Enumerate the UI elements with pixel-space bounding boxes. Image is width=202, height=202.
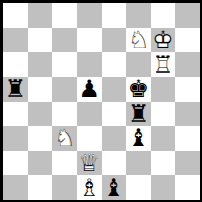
white-queen: ♛♕ — [77, 151, 102, 176]
square-b8[interactable] — [28, 3, 53, 28]
square-b6[interactable] — [28, 52, 53, 77]
square-b5[interactable] — [28, 77, 53, 102]
black-king: ♚ — [126, 77, 151, 102]
black-pawn-glyph: ♟ — [77, 77, 102, 102]
white-knight-outline: ♘ — [52, 126, 77, 151]
square-g6[interactable]: ♜♖ — [151, 52, 176, 77]
square-a3[interactable] — [3, 126, 28, 151]
square-h6[interactable] — [175, 52, 200, 77]
white-knight: ♞♘ — [52, 126, 77, 151]
square-h7[interactable] — [175, 28, 200, 53]
square-g4[interactable] — [151, 102, 176, 127]
square-e2[interactable] — [102, 151, 127, 176]
square-h1[interactable] — [175, 175, 200, 200]
square-c6[interactable] — [52, 52, 77, 77]
square-d3[interactable] — [77, 126, 102, 151]
black-bishop-glyph: ♝ — [102, 175, 127, 200]
square-c2[interactable] — [52, 151, 77, 176]
white-king: ♚♔ — [151, 28, 176, 53]
square-g5[interactable] — [151, 77, 176, 102]
square-g1[interactable] — [151, 175, 176, 200]
square-h8[interactable] — [175, 3, 200, 28]
square-h5[interactable] — [175, 77, 200, 102]
square-a8[interactable] — [3, 3, 28, 28]
square-b1[interactable] — [28, 175, 53, 200]
square-g2[interactable] — [151, 151, 176, 176]
square-a5[interactable]: ♜ — [3, 77, 28, 102]
square-d5[interactable]: ♟ — [77, 77, 102, 102]
black-king-glyph: ♚ — [126, 77, 151, 102]
square-g8[interactable] — [151, 3, 176, 28]
square-f8[interactable] — [126, 3, 151, 28]
square-d7[interactable] — [77, 28, 102, 53]
square-c3[interactable]: ♞♘ — [52, 126, 77, 151]
square-b3[interactable] — [28, 126, 53, 151]
square-b7[interactable] — [28, 28, 53, 53]
square-e3[interactable] — [102, 126, 127, 151]
square-h3[interactable] — [175, 126, 200, 151]
square-f4[interactable]: ♜ — [126, 102, 151, 127]
black-rook-glyph: ♜ — [3, 77, 28, 102]
square-f7[interactable]: ♞♘ — [126, 28, 151, 53]
square-b2[interactable] — [28, 151, 53, 176]
white-knight: ♞♘ — [126, 28, 151, 53]
square-g3[interactable] — [151, 126, 176, 151]
square-c4[interactable] — [52, 102, 77, 127]
square-a2[interactable] — [3, 151, 28, 176]
square-f3[interactable]: ♝ — [126, 126, 151, 151]
board-frame: ♞♘♚♔♜♖♜♟♚♜♞♘♝♛♕♝♗♝ — [0, 0, 202, 202]
square-h4[interactable] — [175, 102, 200, 127]
square-c1[interactable] — [52, 175, 77, 200]
white-king-outline: ♔ — [151, 28, 176, 53]
square-e1[interactable]: ♝ — [102, 175, 127, 200]
square-b4[interactable] — [28, 102, 53, 127]
square-f6[interactable] — [126, 52, 151, 77]
square-a7[interactable] — [3, 28, 28, 53]
square-e8[interactable] — [102, 3, 127, 28]
square-c8[interactable] — [52, 3, 77, 28]
square-e5[interactable] — [102, 77, 127, 102]
chess-board: ♞♘♚♔♜♖♜♟♚♜♞♘♝♛♕♝♗♝ — [3, 3, 200, 200]
black-rook: ♜ — [126, 102, 151, 127]
square-f2[interactable] — [126, 151, 151, 176]
square-h2[interactable] — [175, 151, 200, 176]
square-e4[interactable] — [102, 102, 127, 127]
square-d6[interactable] — [77, 52, 102, 77]
square-e6[interactable] — [102, 52, 127, 77]
black-bishop: ♝ — [102, 175, 127, 200]
black-rook: ♜ — [3, 77, 28, 102]
black-rook-glyph: ♜ — [126, 102, 151, 127]
square-d2[interactable]: ♛♕ — [77, 151, 102, 176]
square-c7[interactable] — [52, 28, 77, 53]
white-rook-outline: ♖ — [151, 52, 176, 77]
square-a4[interactable] — [3, 102, 28, 127]
white-bishop: ♝♗ — [77, 175, 102, 200]
square-e7[interactable] — [102, 28, 127, 53]
white-rook: ♜♖ — [151, 52, 176, 77]
square-c5[interactable] — [52, 77, 77, 102]
square-a6[interactable] — [3, 52, 28, 77]
square-d8[interactable] — [77, 3, 102, 28]
black-bishop: ♝ — [126, 126, 151, 151]
square-a1[interactable] — [3, 175, 28, 200]
black-bishop-glyph: ♝ — [126, 126, 151, 151]
white-bishop-outline: ♗ — [77, 175, 102, 200]
white-knight-outline: ♘ — [126, 28, 151, 53]
square-d4[interactable] — [77, 102, 102, 127]
square-f5[interactable]: ♚ — [126, 77, 151, 102]
square-f1[interactable] — [126, 175, 151, 200]
square-g7[interactable]: ♚♔ — [151, 28, 176, 53]
square-d1[interactable]: ♝♗ — [77, 175, 102, 200]
white-queen-outline: ♕ — [77, 151, 102, 176]
black-pawn: ♟ — [77, 77, 102, 102]
